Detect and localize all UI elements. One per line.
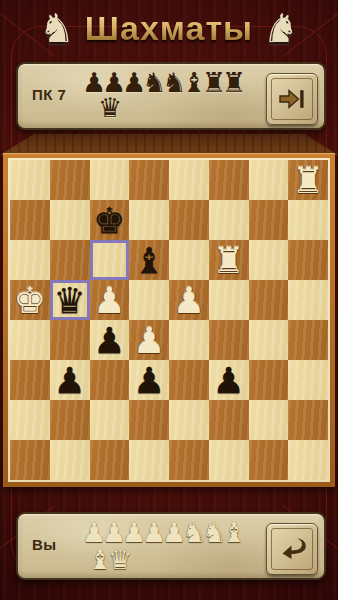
knight-icon: ♞ (39, 8, 75, 48)
square-a4[interactable] (10, 320, 50, 360)
square-d5[interactable] (129, 280, 169, 320)
square-d2[interactable] (129, 400, 169, 440)
piece-black-bishop: ♝ (133, 241, 165, 280)
piece-black-pawn: ♟ (212, 361, 244, 400)
piece-white-pawn: ♟ (133, 321, 165, 360)
square-d8[interactable] (129, 160, 169, 200)
piece-black-pawn: ♟ (53, 361, 85, 400)
board-frame: ♜♚♝♜♚♛♟♟♟♟♟♟♟ (3, 153, 335, 487)
square-d1[interactable] (129, 440, 169, 480)
chess-board: ♜♚♝♜♚♛♟♟♟♟♟♟♟ (10, 160, 328, 480)
square-g7[interactable] (249, 200, 289, 240)
square-c7[interactable]: ♚ (90, 200, 130, 240)
square-f7[interactable] (209, 200, 249, 240)
square-f4[interactable] (209, 320, 249, 360)
square-d6[interactable]: ♝ (129, 240, 169, 280)
square-a2[interactable] (10, 400, 50, 440)
app-title: Шахматы (85, 9, 253, 48)
square-e2[interactable] (169, 400, 209, 440)
square-a5[interactable]: ♚ (10, 280, 50, 320)
captured-white-queen-icon: ♛ (110, 544, 130, 576)
piece-white-pawn: ♟ (93, 281, 125, 320)
square-h7[interactable] (288, 200, 328, 240)
square-b5[interactable]: ♛ (50, 280, 90, 320)
square-b2[interactable] (50, 400, 90, 440)
captured-white-bishop-icon: ♝ (224, 517, 244, 549)
square-e8[interactable] (169, 160, 209, 200)
square-g3[interactable] (249, 360, 289, 400)
square-f6[interactable]: ♜ (209, 240, 249, 280)
square-h6[interactable] (288, 240, 328, 280)
player-captured-tray: Вы ♟♟♟♟♟♞♞♝ ♝♛ (16, 512, 326, 580)
square-f2[interactable] (209, 400, 249, 440)
square-b1[interactable] (50, 440, 90, 480)
piece-white-rook: ♜ (292, 161, 324, 200)
undo-button[interactable] (266, 523, 318, 575)
square-b8[interactable] (50, 160, 90, 200)
skip-to-end-icon (277, 84, 307, 114)
square-h8[interactable]: ♜ (288, 160, 328, 200)
square-c5[interactable]: ♟ (90, 280, 130, 320)
captured-black-queen-icon: ♛ (100, 92, 120, 124)
square-c8[interactable] (90, 160, 130, 200)
square-c1[interactable] (90, 440, 130, 480)
square-b6[interactable] (50, 240, 90, 280)
square-c3[interactable] (90, 360, 130, 400)
square-d4[interactable]: ♟ (129, 320, 169, 360)
square-b4[interactable] (50, 320, 90, 360)
square-f1[interactable] (209, 440, 249, 480)
square-e5[interactable]: ♟ (169, 280, 209, 320)
square-a3[interactable] (10, 360, 50, 400)
piece-black-pawn: ♟ (133, 361, 165, 400)
piece-white-king: ♚ (14, 281, 46, 320)
piece-black-pawn: ♟ (93, 321, 125, 360)
piece-black-queen: ♛ (53, 281, 85, 320)
opponent-label: ПК 7 (32, 86, 66, 103)
opponent-captured-tray: ПК 7 ♟♟♟♞♞♝♜♜ ♛ (16, 62, 326, 130)
knight-icon: ♞ (263, 8, 299, 48)
square-c4[interactable]: ♟ (90, 320, 130, 360)
player-label: Вы (32, 536, 57, 553)
square-h1[interactable] (288, 440, 328, 480)
square-h5[interactable] (288, 280, 328, 320)
square-a1[interactable] (10, 440, 50, 480)
square-b7[interactable] (50, 200, 90, 240)
square-g1[interactable] (249, 440, 289, 480)
square-g2[interactable] (249, 400, 289, 440)
square-g6[interactable] (249, 240, 289, 280)
square-e3[interactable] (169, 360, 209, 400)
square-g5[interactable] (249, 280, 289, 320)
square-h3[interactable] (288, 360, 328, 400)
piece-black-king: ♚ (93, 201, 125, 240)
chess-app-screen: ♞ Шахматы ♞ ПК 7 ♟♟♟♞♞♝♜♜ ♛ ♜♚♝♜♚♛♟♟♟♟♟♟… (0, 0, 338, 600)
square-a7[interactable] (10, 200, 50, 240)
skip-to-end-button[interactable] (266, 73, 318, 125)
header: ♞ Шахматы ♞ (0, 0, 338, 56)
square-e6[interactable] (169, 240, 209, 280)
square-e7[interactable] (169, 200, 209, 240)
square-c2[interactable] (90, 400, 130, 440)
captured-pieces-row: ♛ (100, 92, 120, 124)
piece-white-pawn: ♟ (173, 281, 205, 320)
square-f3[interactable]: ♟ (209, 360, 249, 400)
square-a8[interactable] (10, 160, 50, 200)
square-g4[interactable] (249, 320, 289, 360)
undo-icon (276, 533, 308, 565)
square-a6[interactable] (10, 240, 50, 280)
piece-white-rook: ♜ (212, 241, 244, 280)
square-h2[interactable] (288, 400, 328, 440)
wooden-shelf (0, 134, 338, 155)
square-d7[interactable] (129, 200, 169, 240)
square-g8[interactable] (249, 160, 289, 200)
captured-pieces-row: ♝♛ (90, 544, 130, 576)
square-h4[interactable] (288, 320, 328, 360)
square-d3[interactable]: ♟ (129, 360, 169, 400)
square-f8[interactable] (209, 160, 249, 200)
square-e4[interactable] (169, 320, 209, 360)
square-b3[interactable]: ♟ (50, 360, 90, 400)
square-c6[interactable] (90, 240, 130, 280)
captured-black-rook-icon: ♜ (224, 67, 244, 99)
square-f5[interactable] (209, 280, 249, 320)
square-e1[interactable] (169, 440, 209, 480)
